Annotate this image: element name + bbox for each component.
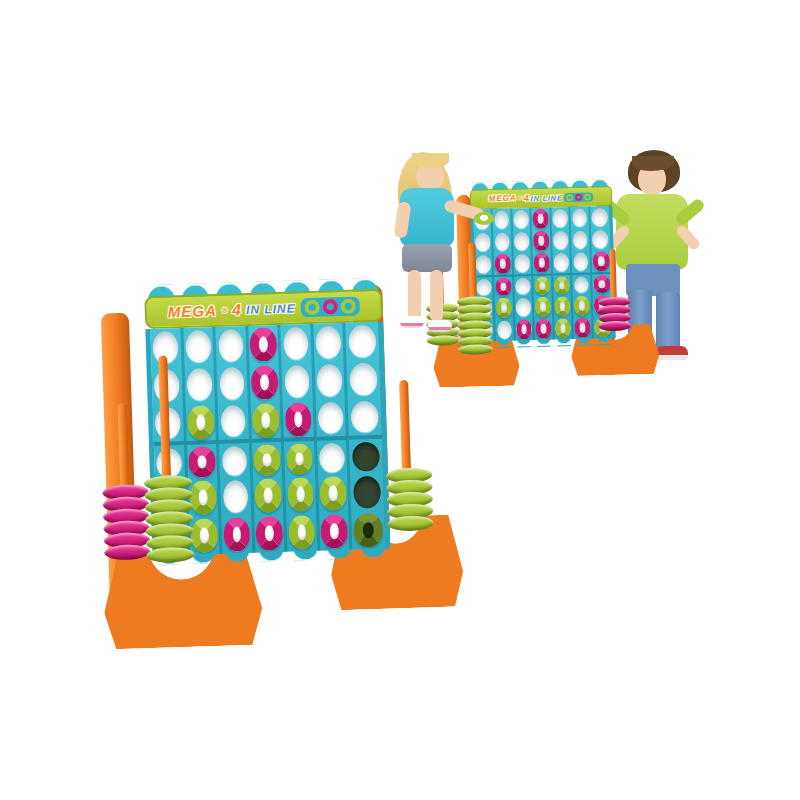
bg-ring-stack-pink [598, 298, 632, 331]
green-ring-piece [574, 296, 590, 316]
green-ring-piece [189, 480, 217, 515]
board-cell-r3c3 [513, 252, 533, 275]
board-cell-r2c5 [552, 229, 572, 252]
board-cell-r6c3 [515, 318, 535, 341]
green-ring-piece [187, 405, 215, 440]
board-cell-r3c3 [218, 402, 252, 441]
fg-ring-stack-green-right [386, 467, 434, 531]
foreground-game-unit: MEGA® 4 IN LINE [94, 274, 466, 675]
pink-spare-ring [104, 544, 150, 560]
fg-ring-stack-green-left [144, 475, 195, 563]
fg-banner-brand: MEGA [168, 303, 217, 320]
board-cell-r6c5 [287, 513, 321, 552]
green-ring-piece [254, 478, 282, 513]
green-spare-ring [387, 515, 433, 531]
board-cell-r3c6 [572, 251, 592, 274]
board-cell-r2c7 [347, 360, 381, 399]
board-cell-r5c6 [318, 474, 352, 513]
board-cell-r2c3 [217, 364, 251, 403]
board-cell-r6c4 [254, 514, 288, 553]
board-hole [574, 276, 589, 293]
green-spare-ring [146, 547, 194, 564]
product-photo-scene: MEGA® 4 IN LINE [0, 0, 800, 800]
board-hole [351, 401, 379, 434]
pink-ring-piece [574, 318, 590, 338]
green-ring-piece [190, 518, 218, 553]
fg-banner-number: 4 [232, 302, 241, 318]
board-hole [316, 326, 342, 359]
girl-held-green-ring [474, 212, 494, 225]
bg-pole-3 [609, 249, 616, 303]
pink-ring-piece [593, 275, 611, 293]
pink-ring-piece [223, 517, 251, 552]
bg-banner-reg: ® [519, 196, 522, 200]
board-cell-r1c5 [551, 207, 571, 230]
green-ring-icon [304, 300, 319, 315]
green-spare-ring [458, 344, 493, 355]
green-ring-piece [496, 298, 512, 318]
board-cell-r4c4 [252, 438, 286, 477]
board-hole [497, 320, 512, 339]
board-cell-r1c7 [590, 206, 610, 229]
board-hole [591, 208, 608, 227]
pink-ring-piece [535, 319, 551, 339]
board-hole [222, 446, 248, 475]
board-cell-r4c5 [553, 273, 573, 296]
pink-ring-piece [284, 402, 312, 437]
pink-ring-icon [322, 299, 337, 314]
board-hole [223, 480, 249, 513]
board-hole [283, 327, 309, 360]
board-cell-r3c6 [315, 398, 349, 437]
pink-ring-piece [592, 251, 610, 271]
girl-fringe [412, 153, 449, 168]
green-ring-piece [535, 297, 551, 317]
green-ring-piece [554, 276, 570, 294]
pink-spare-ring [598, 320, 631, 331]
bg-banner-number: 4 [524, 194, 529, 203]
board-cell-r3c7 [591, 250, 611, 273]
green-ring-piece [534, 277, 550, 295]
bg-banner-words: IN LINE [531, 194, 563, 202]
board-cell-r6c5 [554, 317, 574, 340]
pink-ring-piece [250, 327, 278, 362]
board-hole [514, 210, 529, 229]
board-cell-r5c6 [573, 294, 593, 317]
board-hole [220, 405, 246, 438]
board-cell-r4c6 [317, 436, 351, 475]
board-cell-r6c2 [496, 319, 516, 342]
board-cell-r4c3 [219, 439, 253, 478]
board-cell-r2c2 [184, 365, 218, 404]
fg-pole-green-right [399, 380, 411, 476]
board-hole [515, 254, 530, 273]
board-cell-r4c2 [186, 440, 220, 479]
pink-ring-piece [533, 231, 549, 251]
board-hole [515, 278, 530, 295]
bg-banner-decor-rings [564, 192, 593, 202]
board-cell-r6c4 [535, 318, 555, 341]
board-cell-r1c3 [215, 326, 249, 365]
board-hole [592, 230, 609, 249]
pink-ring-piece [188, 446, 216, 477]
board-hole [514, 232, 529, 251]
board-hole [573, 252, 588, 271]
board-cell-r5c7 [350, 473, 384, 512]
board-hole [348, 325, 376, 358]
board-cell-r2c3 [513, 230, 533, 253]
board-cell-r4c4 [533, 274, 553, 297]
board-cell-r1c6 [570, 207, 590, 230]
board-cell-r2c6 [571, 229, 591, 252]
board-cell-r2c7 [590, 228, 610, 251]
board-cell-r4c3 [514, 274, 534, 297]
fg-banner-decor-rings [300, 296, 360, 317]
fg-ring-stack-pink [102, 484, 150, 560]
pink-ring-piece [255, 516, 283, 551]
green-ring-piece [287, 477, 315, 512]
girl-shorts [402, 244, 452, 272]
pink-ring-piece [516, 319, 532, 339]
board-cell-r6c6 [573, 316, 593, 339]
board-hole [218, 329, 244, 362]
board-cell-r5c4 [253, 476, 287, 515]
board-cell-r2c4 [532, 230, 552, 253]
board-hole [219, 367, 245, 400]
board-hole [318, 402, 344, 435]
board-hole [553, 231, 568, 250]
board-hole [516, 298, 531, 317]
green-ring-piece [353, 513, 383, 548]
board-cell-r1c6 [313, 323, 347, 362]
pink-ring-piece [251, 365, 279, 400]
board-hole [185, 330, 211, 363]
board-cell-r5c3 [515, 296, 535, 319]
board-hole [319, 443, 345, 472]
green-ring-piece [288, 515, 316, 550]
board-cell-r5c3 [220, 477, 254, 516]
board-cell-r2c4 [249, 363, 283, 402]
board-cell-r2c6 [314, 361, 348, 400]
board-cell-r4c7 [349, 435, 383, 474]
board-cell-r4c5 [284, 437, 318, 476]
board-cell-r1c4 [248, 325, 282, 364]
board-cell-r3c5 [283, 400, 317, 439]
pink-ring-icon [575, 193, 582, 200]
board-cell-r1c4 [532, 208, 552, 231]
green-ring-icon [566, 193, 573, 200]
green-ring-piece [286, 443, 314, 474]
board-hole [284, 365, 310, 398]
board-cell-r5c5 [553, 295, 573, 318]
board-cell-r5c4 [534, 296, 554, 319]
board-cell-r6c7 [352, 511, 386, 550]
board-hole [350, 363, 378, 396]
green-ring-piece [253, 444, 281, 475]
pink-ring-piece [534, 253, 550, 273]
board-cell-r3c4 [533, 252, 553, 275]
fg-banner-words: IN LINE [246, 302, 296, 316]
pink-ring-piece [321, 514, 349, 549]
board-cell-r1c7 [346, 322, 380, 361]
board-cell-r4c7 [592, 272, 612, 295]
board-cell-r5c5 [285, 475, 319, 514]
green-ring-piece [554, 296, 570, 316]
pink-ring-piece [533, 209, 549, 229]
board-cell-r5c2 [495, 297, 515, 320]
green-ring-icon [340, 299, 355, 314]
board-cell-r3c7 [348, 397, 382, 436]
board-hole [317, 364, 343, 397]
green-ring-piece [555, 318, 571, 338]
board-hole [352, 442, 380, 471]
green-ring-piece [252, 403, 280, 438]
board-cell-r3c4 [250, 401, 284, 440]
board-hole [573, 230, 588, 249]
board-cell-r2c5 [282, 362, 316, 401]
board-cell-r6c6 [319, 512, 353, 551]
board-hole [552, 209, 567, 228]
board-cell-r4c6 [572, 272, 592, 295]
board-cell-r1c2 [183, 327, 217, 366]
board-cell-r3c5 [552, 251, 572, 274]
green-ring-piece [319, 476, 347, 511]
green-ring-icon [584, 193, 591, 200]
board-cell-r1c3 [512, 208, 532, 231]
board-cell-r3c2 [185, 403, 219, 442]
board-hole [554, 253, 569, 272]
board-hole [187, 368, 213, 401]
board-hole [353, 476, 381, 509]
fg-banner-reg: ® [222, 307, 227, 314]
board-cell-r1c5 [281, 324, 315, 363]
board-cell-r6c3 [221, 515, 255, 554]
board-hole [572, 208, 587, 227]
